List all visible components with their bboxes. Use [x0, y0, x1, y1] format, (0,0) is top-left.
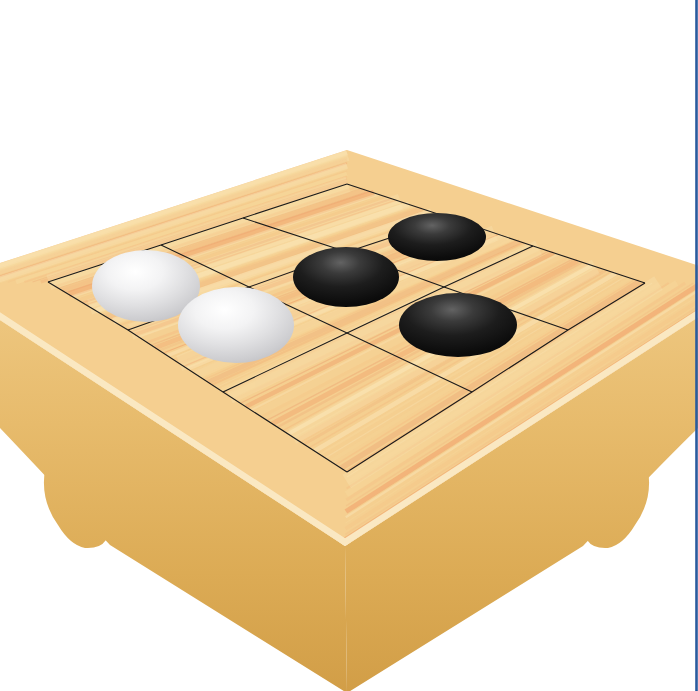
goban-3d-view: [0, 0, 698, 691]
window-border-right: [695, 0, 698, 691]
goban-scene: [0, 0, 698, 691]
